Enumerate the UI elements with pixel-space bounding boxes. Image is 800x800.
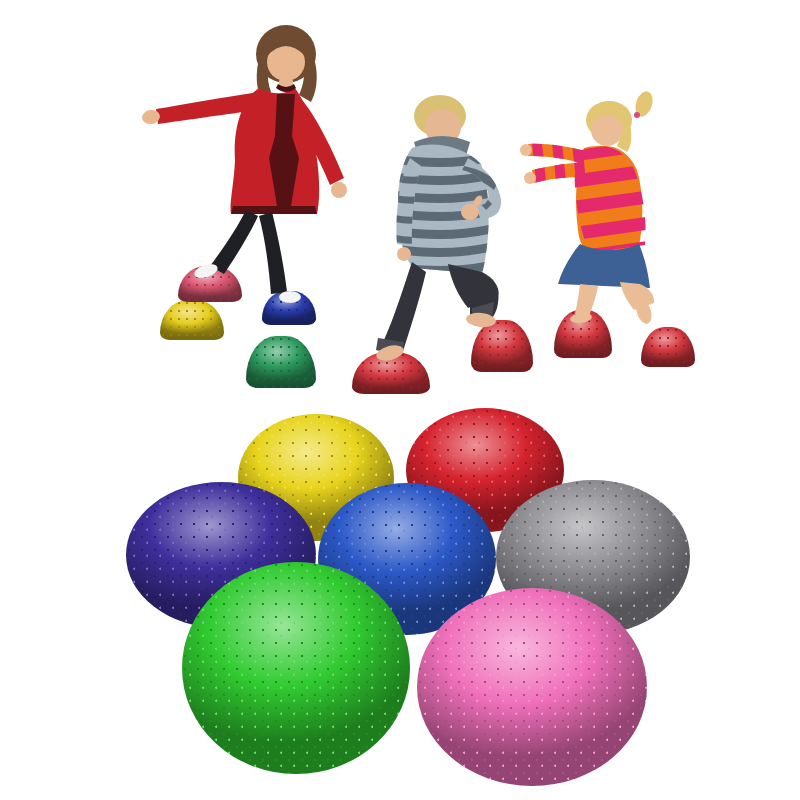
girl2-skirt — [558, 244, 650, 288]
girl2-face — [591, 114, 623, 146]
child-girl-right — [518, 88, 708, 368]
girl-right-sock — [279, 291, 301, 303]
girl-left-leg — [210, 210, 258, 274]
child-boy-middle — [352, 82, 542, 402]
girl2-hairband — [634, 112, 640, 118]
girl-right-leg — [259, 212, 287, 294]
girl-right-hand — [331, 182, 347, 198]
product-photo — [0, 0, 800, 800]
pod-green-floor — [246, 336, 316, 388]
girl2-hand-upper — [520, 144, 532, 156]
cluster-pod-pink — [417, 588, 647, 786]
girl2-hand-lower — [524, 172, 536, 184]
child-girl-left — [138, 8, 358, 308]
boy-left-hand — [397, 247, 411, 261]
girl2-left-leg — [575, 284, 598, 316]
cluster-pod-green — [182, 562, 410, 774]
